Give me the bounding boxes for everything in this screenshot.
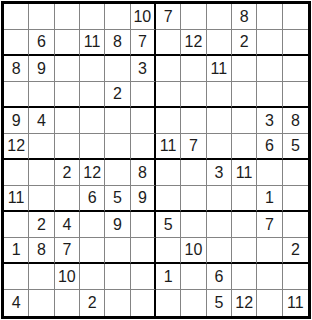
cell-r7c2[interactable] <box>29 160 54 186</box>
cell-r11c7[interactable]: 1 <box>156 264 181 290</box>
cell-r1c4[interactable] <box>80 4 105 30</box>
cell-r10c2[interactable]: 8 <box>29 238 54 264</box>
cell-r12c12[interactable]: 11 <box>283 290 308 316</box>
cell-r10c11[interactable] <box>257 238 282 264</box>
cell-r1c3[interactable] <box>55 4 80 30</box>
cell-r5c6[interactable] <box>131 108 156 134</box>
cell-r7c1[interactable] <box>4 160 29 186</box>
cell-r11c8[interactable] <box>181 264 206 290</box>
cell-r1c8[interactable] <box>181 4 206 30</box>
cell-r11c6[interactable] <box>131 264 156 290</box>
cell-r5c1[interactable]: 9 <box>4 108 29 134</box>
cell-r12c4[interactable]: 2 <box>80 290 105 316</box>
cell-r9c10[interactable] <box>232 212 257 238</box>
cell-r10c4[interactable] <box>80 238 105 264</box>
cell-r11c9[interactable]: 6 <box>207 264 232 290</box>
cell-r5c8[interactable] <box>181 108 206 134</box>
cell-r3c11[interactable] <box>257 56 282 82</box>
cell-r10c1[interactable]: 1 <box>4 238 29 264</box>
cell-r9c4[interactable] <box>80 212 105 238</box>
cell-r6c5[interactable] <box>105 134 130 160</box>
cell-r8c6[interactable]: 9 <box>131 186 156 212</box>
cell-r2c9[interactable] <box>207 30 232 56</box>
cell-r2c1[interactable] <box>4 30 29 56</box>
cell-r10c8[interactable]: 10 <box>181 238 206 264</box>
cell-r12c2[interactable] <box>29 290 54 316</box>
cell-r10c5[interactable] <box>105 238 130 264</box>
cell-r9c5[interactable]: 9 <box>105 212 130 238</box>
cell-r8c2[interactable] <box>29 186 54 212</box>
cell-r2c12[interactable] <box>283 30 308 56</box>
cell-r6c10[interactable] <box>232 134 257 160</box>
cell-r3c3[interactable] <box>55 56 80 82</box>
cell-r9c2[interactable]: 2 <box>29 212 54 238</box>
cell-r4c5[interactable]: 2 <box>105 82 130 108</box>
cell-r2c2[interactable]: 6 <box>29 30 54 56</box>
cell-r7c6[interactable]: 8 <box>131 160 156 186</box>
cell-r9c11[interactable]: 7 <box>257 212 282 238</box>
cell-r2c10[interactable]: 2 <box>232 30 257 56</box>
cell-r8c3[interactable] <box>55 186 80 212</box>
cell-r7c4[interactable]: 12 <box>80 160 105 186</box>
cell-r12c9[interactable]: 5 <box>207 290 232 316</box>
cell-r12c8[interactable] <box>181 290 206 316</box>
cell-r11c1[interactable] <box>4 264 29 290</box>
cell-r2c6[interactable]: 7 <box>131 30 156 56</box>
cell-r1c2[interactable] <box>29 4 54 30</box>
cell-r1c9[interactable] <box>207 4 232 30</box>
cell-r7c5[interactable] <box>105 160 130 186</box>
cell-r11c5[interactable] <box>105 264 130 290</box>
cell-r8c12[interactable] <box>283 186 308 212</box>
cell-r1c12[interactable] <box>283 4 308 30</box>
cell-r9c6[interactable] <box>131 212 156 238</box>
cell-r7c12[interactable] <box>283 160 308 186</box>
cell-r6c2[interactable] <box>29 134 54 160</box>
cell-r5c3[interactable] <box>55 108 80 134</box>
cell-r7c9[interactable]: 3 <box>207 160 232 186</box>
cell-r4c7[interactable] <box>156 82 181 108</box>
cell-r11c11[interactable] <box>257 264 282 290</box>
cell-r4c3[interactable] <box>55 82 80 108</box>
cell-r4c9[interactable] <box>207 82 232 108</box>
cell-r2c11[interactable] <box>257 30 282 56</box>
cell-r1c10[interactable]: 8 <box>232 4 257 30</box>
cell-r3c10[interactable] <box>232 56 257 82</box>
cell-r12c1[interactable]: 4 <box>4 290 29 316</box>
cell-r8c9[interactable] <box>207 186 232 212</box>
cell-r6c12[interactable]: 5 <box>283 134 308 160</box>
cell-r12c11[interactable] <box>257 290 282 316</box>
cell-r5c12[interactable]: 8 <box>283 108 308 134</box>
cell-r12c6[interactable] <box>131 290 156 316</box>
cell-r4c1[interactable] <box>4 82 29 108</box>
cell-r9c8[interactable] <box>181 212 206 238</box>
cell-r5c10[interactable] <box>232 108 257 134</box>
cell-r5c5[interactable] <box>105 108 130 134</box>
cell-r10c12[interactable]: 2 <box>283 238 308 264</box>
cell-r1c11[interactable] <box>257 4 282 30</box>
cell-r5c9[interactable] <box>207 108 232 134</box>
cell-r3c4[interactable] <box>80 56 105 82</box>
cell-r8c10[interactable] <box>232 186 257 212</box>
cell-r7c10[interactable]: 11 <box>232 160 257 186</box>
cell-r4c6[interactable] <box>131 82 156 108</box>
cell-r5c7[interactable] <box>156 108 181 134</box>
cell-r8c4[interactable]: 6 <box>80 186 105 212</box>
cell-r1c1[interactable] <box>4 4 29 30</box>
cell-r5c11[interactable]: 3 <box>257 108 282 134</box>
cell-r2c3[interactable] <box>55 30 80 56</box>
sudoku-board: 1078611871228931129438121176521283111165… <box>1 1 311 319</box>
cell-r6c6[interactable] <box>131 134 156 160</box>
cell-r11c3[interactable]: 10 <box>55 264 80 290</box>
cell-r5c2[interactable]: 4 <box>29 108 54 134</box>
cell-r7c3[interactable]: 2 <box>55 160 80 186</box>
cell-r2c8[interactable]: 12 <box>181 30 206 56</box>
cell-r11c10[interactable] <box>232 264 257 290</box>
cell-r6c4[interactable] <box>80 134 105 160</box>
cell-r4c11[interactable] <box>257 82 282 108</box>
cell-r10c6[interactable] <box>131 238 156 264</box>
cell-r2c7[interactable] <box>156 30 181 56</box>
cell-r6c8[interactable]: 7 <box>181 134 206 160</box>
cell-r3c1[interactable]: 8 <box>4 56 29 82</box>
cell-r7c11[interactable] <box>257 160 282 186</box>
cell-r4c4[interactable] <box>80 82 105 108</box>
cell-r8c8[interactable] <box>181 186 206 212</box>
cell-r12c5[interactable] <box>105 290 130 316</box>
cell-r3c2[interactable]: 9 <box>29 56 54 82</box>
cell-r1c5[interactable] <box>105 4 130 30</box>
cell-r9c7[interactable]: 5 <box>156 212 181 238</box>
cell-r11c4[interactable] <box>80 264 105 290</box>
sudoku-page: 1078611871228931129438121176521283111165… <box>0 0 312 320</box>
cell-r3c12[interactable] <box>283 56 308 82</box>
cell-r9c12[interactable] <box>283 212 308 238</box>
cell-r3c6[interactable]: 3 <box>131 56 156 82</box>
cell-r8c5[interactable]: 5 <box>105 186 130 212</box>
cell-r4c8[interactable] <box>181 82 206 108</box>
cell-r6c11[interactable]: 6 <box>257 134 282 160</box>
cell-r8c1[interactable]: 11 <box>4 186 29 212</box>
cell-r12c3[interactable] <box>55 290 80 316</box>
cell-r11c12[interactable] <box>283 264 308 290</box>
cell-r6c3[interactable] <box>55 134 80 160</box>
cell-r9c9[interactable] <box>207 212 232 238</box>
cell-r10c10[interactable] <box>232 238 257 264</box>
cell-r4c2[interactable] <box>29 82 54 108</box>
cell-r4c12[interactable] <box>283 82 308 108</box>
cell-r9c1[interactable] <box>4 212 29 238</box>
cell-r3c7[interactable] <box>156 56 181 82</box>
cell-r8c11[interactable]: 1 <box>257 186 282 212</box>
cell-r2c4[interactable]: 11 <box>80 30 105 56</box>
cell-r3c5[interactable] <box>105 56 130 82</box>
cell-r9c3[interactable]: 4 <box>55 212 80 238</box>
cell-r10c9[interactable] <box>207 238 232 264</box>
cell-r1c6[interactable]: 10 <box>131 4 156 30</box>
cell-r5c4[interactable] <box>80 108 105 134</box>
cell-r3c8[interactable] <box>181 56 206 82</box>
cell-r3c9[interactable]: 11 <box>207 56 232 82</box>
cell-r4c10[interactable] <box>232 82 257 108</box>
cell-r10c3[interactable]: 7 <box>55 238 80 264</box>
cell-r6c1[interactable]: 12 <box>4 134 29 160</box>
cell-r11c2[interactable] <box>29 264 54 290</box>
cell-r1c7[interactable]: 7 <box>156 4 181 30</box>
cell-r12c10[interactable]: 12 <box>232 290 257 316</box>
cell-r8c7[interactable] <box>156 186 181 212</box>
cell-r2c5[interactable]: 8 <box>105 30 130 56</box>
cell-r6c9[interactable] <box>207 134 232 160</box>
cell-r6c7[interactable]: 11 <box>156 134 181 160</box>
cell-r7c7[interactable] <box>156 160 181 186</box>
cell-r10c7[interactable] <box>156 238 181 264</box>
cell-r7c8[interactable] <box>181 160 206 186</box>
cell-r12c7[interactable] <box>156 290 181 316</box>
